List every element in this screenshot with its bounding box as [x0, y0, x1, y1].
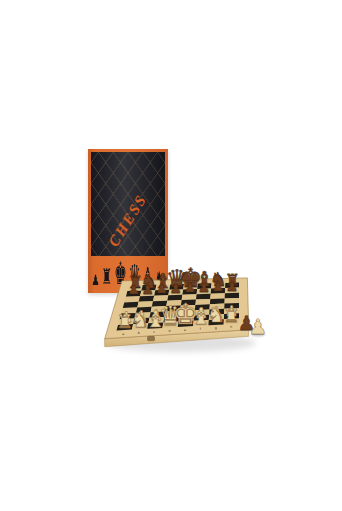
square-e3: [179, 310, 195, 316]
square-g7: [211, 288, 225, 294]
square-c1: [147, 322, 163, 328]
square-d5: [166, 300, 181, 306]
square-f3: [194, 310, 209, 316]
square-e2: [179, 316, 195, 322]
square-h3: [224, 308, 239, 314]
square-h2: [224, 313, 239, 319]
square-c8: [155, 284, 170, 290]
product-photo: CHESS ♟♜♚♛♝♞ abcdefgh ♜♞♝♛♚♝♞♜♟♟♟♟♟♟♟♟♟♟…: [0, 0, 342, 511]
square-d4: [165, 306, 181, 312]
square-f1: [193, 320, 209, 326]
square-d2: [163, 316, 179, 322]
file-label-a: a: [122, 332, 124, 336]
square-g6: [210, 293, 225, 299]
square-d3: [164, 311, 180, 317]
square-a1: [117, 324, 134, 330]
latch: [147, 336, 154, 341]
square-c7: [154, 290, 169, 296]
square-a2: [118, 319, 134, 325]
square-b6: [139, 296, 155, 302]
square-h8: [225, 283, 239, 289]
square-f2: [194, 315, 210, 321]
square-a3: [120, 313, 136, 319]
square-e7: [182, 289, 197, 295]
square-c5: [152, 301, 168, 307]
file-label-e: e: [184, 328, 186, 332]
square-d8: [169, 284, 184, 290]
square-h4: [224, 303, 239, 309]
file-label-g: g: [215, 326, 217, 330]
square-h7: [225, 288, 239, 294]
file-label-d: d: [168, 329, 170, 333]
file-label-b: b: [138, 331, 140, 335]
square-b3: [135, 312, 151, 318]
square-b8: [141, 285, 156, 291]
square-b2: [133, 318, 149, 324]
square-a5: [123, 302, 139, 308]
square-c2: [148, 317, 164, 323]
square-f6: [196, 294, 211, 300]
square-e4: [180, 305, 195, 311]
square-d7: [168, 289, 183, 295]
square-b4: [136, 307, 152, 313]
square-f4: [195, 304, 210, 310]
square-b1: [132, 323, 149, 329]
square-g2: [209, 314, 224, 320]
square-e6: [182, 294, 197, 300]
square-h5: [225, 298, 240, 304]
square-h1: [224, 318, 239, 324]
square-a7: [126, 291, 141, 297]
square-g4: [210, 304, 225, 310]
loose-pawn-shadow: [251, 332, 265, 336]
square-b7: [140, 290, 155, 296]
square-c3: [150, 312, 166, 318]
square-a8: [127, 285, 142, 291]
chess-board: abcdefgh: [0, 0, 342, 511]
square-e1: [178, 321, 194, 327]
square-d6: [167, 295, 182, 301]
square-f7: [197, 289, 212, 295]
square-f5: [195, 299, 210, 305]
square-g3: [209, 309, 224, 315]
square-c6: [153, 295, 168, 301]
square-f8: [197, 283, 211, 289]
square-c4: [151, 306, 167, 312]
square-g1: [208, 319, 224, 325]
file-label-h: h: [230, 325, 232, 329]
square-b5: [137, 301, 153, 307]
file-label-c: c: [153, 330, 155, 334]
square-g5: [210, 298, 225, 304]
square-e8: [183, 284, 198, 290]
square-d1: [162, 322, 178, 328]
square-g8: [211, 283, 225, 289]
square-h6: [225, 293, 239, 299]
square-a4: [121, 307, 137, 313]
square-a6: [124, 296, 140, 302]
square-e5: [181, 300, 196, 306]
